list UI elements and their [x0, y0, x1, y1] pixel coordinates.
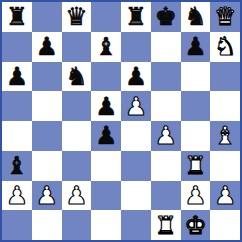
square-d1[interactable] [91, 210, 121, 240]
square-g2[interactable]: ♟ [181, 181, 211, 211]
square-c1[interactable] [62, 210, 92, 240]
square-d7[interactable]: ♝ [91, 32, 121, 62]
piece-black-pawn-d4[interactable]: ♟ [95, 123, 117, 148]
square-a7[interactable] [2, 32, 32, 62]
square-c8[interactable]: ♛ [62, 2, 92, 32]
piece-white-knight-h7[interactable]: ♞ [214, 34, 236, 59]
square-g8[interactable]: ♞ [181, 2, 211, 32]
square-f6[interactable] [151, 62, 181, 92]
square-f1[interactable]: ♜ [151, 210, 181, 240]
piece-white-pawn-h2[interactable]: ♟ [214, 183, 236, 208]
square-b5[interactable] [32, 91, 62, 121]
piece-white-pawn-g2[interactable]: ♟ [184, 183, 206, 208]
piece-white-pawn-c2[interactable]: ♟ [65, 183, 87, 208]
square-c2[interactable]: ♟ [62, 181, 92, 211]
square-b7[interactable]: ♟ [32, 32, 62, 62]
square-h7[interactable]: ♞ [210, 32, 240, 62]
square-c3[interactable] [62, 151, 92, 181]
square-d2[interactable] [91, 181, 121, 211]
square-g4[interactable] [181, 121, 211, 151]
piece-white-pawn-b2[interactable]: ♟ [35, 183, 57, 208]
square-f8[interactable]: ♚ [151, 2, 181, 32]
square-g6[interactable] [181, 62, 211, 92]
square-a8[interactable]: ♜ [2, 2, 32, 32]
square-e7[interactable] [121, 32, 151, 62]
square-f4[interactable]: ♟ [151, 121, 181, 151]
square-b6[interactable] [32, 62, 62, 92]
piece-black-bishop-d7[interactable]: ♝ [95, 34, 117, 59]
square-e4[interactable] [121, 121, 151, 151]
square-g5[interactable] [181, 91, 211, 121]
piece-black-knight-c6[interactable]: ♞ [65, 64, 87, 89]
piece-black-pawn-d5[interactable]: ♟ [95, 94, 117, 119]
square-h1[interactable] [210, 210, 240, 240]
square-e5[interactable]: ♟ [121, 91, 151, 121]
square-g7[interactable]: ♟ [181, 32, 211, 62]
chess-board-screenshot: ♜♛♜♚♞♛♟♝♟♞♟♞♟♟♟♟♟♝♝♜♟♟♟♟♟♜♚ [0, 0, 242, 242]
square-a1[interactable] [2, 210, 32, 240]
square-c7[interactable] [62, 32, 92, 62]
piece-white-rook-f1[interactable]: ♜ [154, 213, 176, 238]
square-d6[interactable] [91, 62, 121, 92]
square-h2[interactable]: ♟ [210, 181, 240, 211]
piece-white-queen-h8[interactable]: ♛ [214, 4, 236, 29]
square-c5[interactable] [62, 91, 92, 121]
square-e2[interactable] [121, 181, 151, 211]
piece-black-bishop-a3[interactable]: ♝ [6, 153, 28, 178]
piece-white-pawn-e5[interactable]: ♟ [125, 94, 147, 119]
square-e3[interactable] [121, 151, 151, 181]
piece-black-pawn-g7[interactable]: ♟ [184, 34, 206, 59]
piece-black-rook-e8[interactable]: ♜ [125, 4, 147, 29]
square-a4[interactable] [2, 121, 32, 151]
piece-white-bishop-h4[interactable]: ♝ [214, 123, 236, 148]
piece-black-pawn-b7[interactable]: ♟ [35, 34, 57, 59]
square-c4[interactable] [62, 121, 92, 151]
chess-board: ♜♛♜♚♞♛♟♝♟♞♟♞♟♟♟♟♟♝♝♜♟♟♟♟♟♜♚ [0, 0, 242, 242]
piece-black-pawn-e6[interactable]: ♟ [125, 64, 147, 89]
piece-white-pawn-a2[interactable]: ♟ [6, 183, 28, 208]
square-e6[interactable]: ♟ [121, 62, 151, 92]
square-a2[interactable]: ♟ [2, 181, 32, 211]
square-f2[interactable] [151, 181, 181, 211]
piece-black-queen-c8[interactable]: ♛ [65, 4, 87, 29]
square-h8[interactable]: ♛ [210, 2, 240, 32]
piece-black-king-f8[interactable]: ♚ [154, 4, 176, 29]
square-a3[interactable]: ♝ [2, 151, 32, 181]
square-c6[interactable]: ♞ [62, 62, 92, 92]
square-d3[interactable] [91, 151, 121, 181]
square-b8[interactable] [32, 2, 62, 32]
piece-white-king-g1[interactable]: ♚ [184, 213, 206, 238]
piece-black-knight-g8[interactable]: ♞ [184, 4, 206, 29]
square-g3[interactable]: ♜ [181, 151, 211, 181]
square-b2[interactable]: ♟ [32, 181, 62, 211]
square-b1[interactable] [32, 210, 62, 240]
square-a6[interactable]: ♟ [2, 62, 32, 92]
piece-black-pawn-a6[interactable]: ♟ [6, 64, 28, 89]
square-h3[interactable] [210, 151, 240, 181]
piece-white-rook-g3[interactable]: ♜ [184, 153, 206, 178]
square-e1[interactable] [121, 210, 151, 240]
square-d8[interactable] [91, 2, 121, 32]
square-a5[interactable] [2, 91, 32, 121]
square-f3[interactable] [151, 151, 181, 181]
square-f7[interactable] [151, 32, 181, 62]
square-h5[interactable] [210, 91, 240, 121]
square-h6[interactable] [210, 62, 240, 92]
square-d5[interactable]: ♟ [91, 91, 121, 121]
square-b4[interactable] [32, 121, 62, 151]
square-h4[interactable]: ♝ [210, 121, 240, 151]
square-e8[interactable]: ♜ [121, 2, 151, 32]
piece-white-pawn-f4[interactable]: ♟ [154, 123, 176, 148]
square-d4[interactable]: ♟ [91, 121, 121, 151]
piece-black-rook-a8[interactable]: ♜ [6, 4, 28, 29]
square-b3[interactable] [32, 151, 62, 181]
square-g1[interactable]: ♚ [181, 210, 211, 240]
square-f5[interactable] [151, 91, 181, 121]
